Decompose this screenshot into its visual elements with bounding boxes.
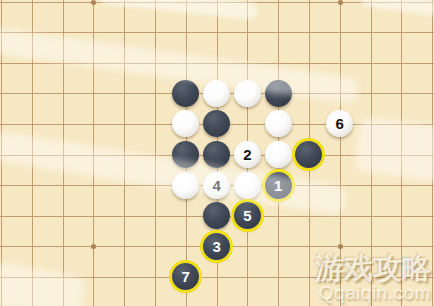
move-number: 3 <box>212 239 220 254</box>
white-stone <box>234 172 261 199</box>
move-number: 7 <box>182 269 190 284</box>
black-stone-highlighted <box>295 141 322 168</box>
white-stone-move-4: 4 <box>203 172 230 199</box>
white-stone <box>265 110 292 137</box>
white-stone-move-2: 2 <box>234 141 261 168</box>
white-stone <box>234 80 261 107</box>
move-number: 4 <box>212 178 220 193</box>
black-stone <box>203 141 230 168</box>
black-stone-move-5-highlighted: 5 <box>234 202 261 229</box>
black-stone <box>172 141 199 168</box>
black-stone <box>203 202 230 229</box>
gomoku-board[interactable]: 6241537 游戏攻略 Qqaiqin.com <box>0 0 434 306</box>
white-stone <box>203 80 230 107</box>
white-stone-move-6: 6 <box>326 110 353 137</box>
stones-layer: 6241537 <box>0 0 434 306</box>
white-stone <box>265 141 292 168</box>
white-stone <box>172 172 199 199</box>
white-stone <box>172 110 199 137</box>
move-number: 2 <box>243 147 251 162</box>
black-stone-move-1-highlighted: 1 <box>265 172 292 199</box>
black-stone <box>203 110 230 137</box>
black-stone-move-7-highlighted: 7 <box>172 263 199 290</box>
move-number: 5 <box>243 208 251 223</box>
black-stone-move-3-highlighted: 3 <box>203 233 230 260</box>
move-number: 1 <box>274 178 282 193</box>
black-stone <box>172 80 199 107</box>
move-number: 6 <box>336 116 344 131</box>
black-stone <box>265 80 292 107</box>
